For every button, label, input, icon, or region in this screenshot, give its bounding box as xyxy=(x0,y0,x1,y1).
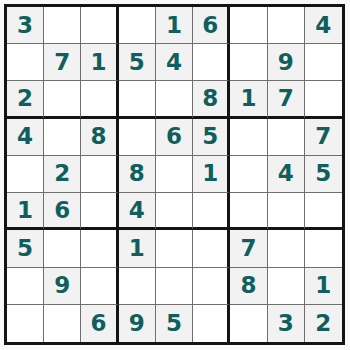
cell-r2c4[interactable]: 5 xyxy=(119,44,156,81)
cell-r6c7[interactable] xyxy=(230,193,267,230)
cell-r8c1[interactable] xyxy=(7,268,44,305)
cell-r9c8[interactable]: 3 xyxy=(268,305,305,342)
cell-r2c3[interactable]: 1 xyxy=(81,44,118,81)
cell-r6c3[interactable] xyxy=(81,193,118,230)
cell-r2c2[interactable]: 7 xyxy=(44,44,81,81)
cell-r3c4[interactable] xyxy=(119,81,156,118)
cell-r7c3[interactable] xyxy=(81,230,118,267)
cell-r8c9[interactable]: 1 xyxy=(305,268,342,305)
cell-r2c6[interactable] xyxy=(193,44,230,81)
cell-r7c7[interactable]: 7 xyxy=(230,230,267,267)
sudoku-board: 3164715492817486572814516451798169532 xyxy=(4,4,345,345)
cell-r7c2[interactable] xyxy=(44,230,81,267)
cell-r5c4[interactable]: 8 xyxy=(119,156,156,193)
cell-r4c6[interactable]: 5 xyxy=(193,119,230,156)
cell-r8c2[interactable]: 9 xyxy=(44,268,81,305)
cell-r1c5[interactable]: 1 xyxy=(156,7,193,44)
cell-r7c5[interactable] xyxy=(156,230,193,267)
cell-r1c6[interactable]: 6 xyxy=(193,7,230,44)
cell-r7c1[interactable]: 5 xyxy=(7,230,44,267)
cell-r5c1[interactable] xyxy=(7,156,44,193)
cell-r2c8[interactable]: 9 xyxy=(268,44,305,81)
cell-r3c9[interactable] xyxy=(305,81,342,118)
cell-r2c7[interactable] xyxy=(230,44,267,81)
cell-r8c5[interactable] xyxy=(156,268,193,305)
cell-r6c8[interactable] xyxy=(268,193,305,230)
cell-r1c1[interactable]: 3 xyxy=(7,7,44,44)
cell-r9c3[interactable]: 6 xyxy=(81,305,118,342)
cell-r9c7[interactable] xyxy=(230,305,267,342)
cell-r7c6[interactable] xyxy=(193,230,230,267)
cell-r1c7[interactable] xyxy=(230,7,267,44)
cell-r9c9[interactable]: 2 xyxy=(305,305,342,342)
cell-r1c4[interactable] xyxy=(119,7,156,44)
cell-r4c8[interactable] xyxy=(268,119,305,156)
cell-r4c3[interactable]: 8 xyxy=(81,119,118,156)
cell-r8c3[interactable] xyxy=(81,268,118,305)
cell-r9c4[interactable]: 9 xyxy=(119,305,156,342)
cell-r4c5[interactable]: 6 xyxy=(156,119,193,156)
cell-r5c7[interactable] xyxy=(230,156,267,193)
cell-r3c1[interactable]: 2 xyxy=(7,81,44,118)
cell-r4c9[interactable]: 7 xyxy=(305,119,342,156)
cell-r1c3[interactable] xyxy=(81,7,118,44)
cell-r3c8[interactable]: 7 xyxy=(268,81,305,118)
cell-r3c2[interactable] xyxy=(44,81,81,118)
cell-r1c9[interactable]: 4 xyxy=(305,7,342,44)
cell-r7c8[interactable] xyxy=(268,230,305,267)
cell-r7c4[interactable]: 1 xyxy=(119,230,156,267)
cell-r6c9[interactable] xyxy=(305,193,342,230)
cell-r3c7[interactable]: 1 xyxy=(230,81,267,118)
cell-r5c8[interactable]: 4 xyxy=(268,156,305,193)
cell-r8c7[interactable]: 8 xyxy=(230,268,267,305)
cell-r9c6[interactable] xyxy=(193,305,230,342)
cell-r8c8[interactable] xyxy=(268,268,305,305)
cell-r5c6[interactable]: 1 xyxy=(193,156,230,193)
cell-r2c1[interactable] xyxy=(7,44,44,81)
cell-r5c2[interactable]: 2 xyxy=(44,156,81,193)
cell-r5c5[interactable] xyxy=(156,156,193,193)
cell-r3c3[interactable] xyxy=(81,81,118,118)
cell-r6c2[interactable]: 6 xyxy=(44,193,81,230)
cell-r2c5[interactable]: 4 xyxy=(156,44,193,81)
cell-r8c6[interactable] xyxy=(193,268,230,305)
cell-r7c9[interactable] xyxy=(305,230,342,267)
cell-r3c6[interactable]: 8 xyxy=(193,81,230,118)
cell-r6c1[interactable]: 1 xyxy=(7,193,44,230)
cell-r1c8[interactable] xyxy=(268,7,305,44)
cell-r6c5[interactable] xyxy=(156,193,193,230)
cell-r6c4[interactable]: 4 xyxy=(119,193,156,230)
cell-r1c2[interactable] xyxy=(44,7,81,44)
cell-r2c9[interactable] xyxy=(305,44,342,81)
cell-r4c7[interactable] xyxy=(230,119,267,156)
cell-r9c5[interactable]: 5 xyxy=(156,305,193,342)
cell-r9c2[interactable] xyxy=(44,305,81,342)
cell-r9c1[interactable] xyxy=(7,305,44,342)
cell-r5c3[interactable] xyxy=(81,156,118,193)
sudoku-page: 3164715492817486572814516451798169532 xyxy=(0,0,350,350)
cell-r3c5[interactable] xyxy=(156,81,193,118)
cell-r4c4[interactable] xyxy=(119,119,156,156)
cell-r4c2[interactable] xyxy=(44,119,81,156)
cell-r4c1[interactable]: 4 xyxy=(7,119,44,156)
cell-r5c9[interactable]: 5 xyxy=(305,156,342,193)
cell-r6c6[interactable] xyxy=(193,193,230,230)
cell-r8c4[interactable] xyxy=(119,268,156,305)
